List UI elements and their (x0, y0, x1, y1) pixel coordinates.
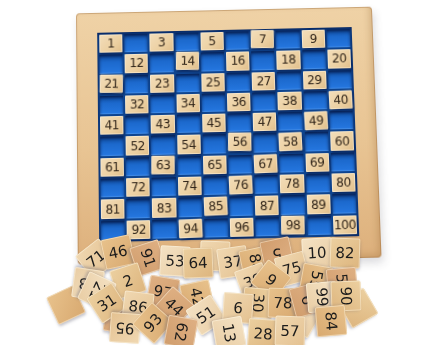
number-tile-76[interactable]: 76 (229, 175, 254, 195)
empty-square-r10c3[interactable] (153, 219, 177, 239)
number-tile-60[interactable]: 60 (330, 131, 354, 150)
number-tile-74[interactable]: 74 (178, 177, 202, 196)
number-tile-43[interactable]: 43 (151, 115, 175, 134)
number-tile-67[interactable]: 67 (254, 154, 279, 174)
empty-square-r5c8[interactable] (278, 112, 302, 131)
number-tile-3[interactable]: 3 (150, 33, 174, 52)
empty-square-r8c9[interactable] (306, 174, 330, 193)
empty-square-r7c8[interactable] (279, 153, 303, 172)
empty-square-r6c7[interactable] (253, 133, 277, 152)
empty-square-r7c6[interactable] (228, 155, 252, 174)
number-tile-34[interactable]: 34 (176, 94, 200, 113)
number-tile-41[interactable]: 41 (100, 116, 124, 135)
empty-square-r3c4[interactable] (176, 73, 200, 92)
number-tile-47[interactable]: 47 (253, 113, 277, 132)
number-tile-5[interactable]: 5 (200, 32, 224, 51)
empty-square-r9c10[interactable] (332, 194, 356, 213)
empty-square-r10c5[interactable] (204, 218, 228, 238)
number-tile-16[interactable]: 16 (226, 52, 250, 71)
empty-square-r2c5[interactable] (201, 52, 225, 71)
number-tile-38[interactable]: 38 (278, 91, 302, 110)
loose-tile-13[interactable]: 13 (212, 316, 247, 345)
loose-tile-84[interactable]: 84 (315, 305, 348, 338)
number-tile-65[interactable]: 65 (203, 155, 227, 174)
empty-square-r9c4[interactable] (178, 198, 202, 217)
empty-square-r2c1[interactable] (99, 55, 123, 74)
hundred-board: 1357912141618202123252729323436384041434… (76, 7, 382, 265)
number-tile-81[interactable]: 81 (101, 199, 125, 219)
number-tile-56[interactable]: 56 (228, 133, 252, 152)
empty-square-r4c9[interactable] (303, 91, 327, 110)
empty-square-r8c3[interactable] (152, 177, 176, 196)
number-tile-69[interactable]: 69 (305, 153, 329, 172)
number-tile-18[interactable]: 18 (277, 51, 301, 70)
empty-square-r8c1[interactable] (101, 178, 125, 197)
empty-square-r9c8[interactable] (281, 195, 305, 214)
empty-square-r1c10[interactable] (326, 29, 350, 48)
number-tile-36[interactable]: 36 (227, 93, 251, 112)
empty-square-r5c2[interactable] (125, 115, 149, 134)
number-tile-54[interactable]: 54 (177, 135, 201, 154)
number-tile-1[interactable]: 1 (99, 34, 122, 53)
empty-square-r3c6[interactable] (226, 72, 250, 91)
number-tile-25[interactable]: 25 (201, 73, 225, 92)
number-tile-52[interactable]: 52 (126, 136, 150, 155)
empty-square-r2c9[interactable] (302, 50, 326, 69)
number-tile-100[interactable]: 100 (333, 215, 357, 235)
empty-square-r2c7[interactable] (251, 51, 275, 70)
number-tile-9[interactable]: 9 (301, 30, 325, 49)
empty-square-r5c6[interactable] (227, 113, 251, 132)
loose-tile-82[interactable]: 82 (329, 237, 360, 268)
empty-square-r3c8[interactable] (277, 71, 301, 90)
number-tile-83[interactable]: 83 (152, 198, 176, 218)
empty-square-r1c2[interactable] (124, 34, 148, 53)
loose-tile-62[interactable]: 62 (164, 315, 199, 345)
empty-square-r7c10[interactable] (331, 152, 355, 171)
number-tile-14[interactable]: 14 (175, 52, 198, 71)
number-tile-49[interactable]: 49 (303, 111, 328, 131)
empty-square-r1c6[interactable] (226, 31, 250, 50)
empty-square-r6c1[interactable] (100, 137, 124, 156)
empty-square-r5c4[interactable] (176, 114, 200, 133)
empty-square-r10c9[interactable] (307, 216, 331, 236)
number-tile-32[interactable]: 32 (125, 95, 149, 114)
loose-tile-57[interactable]: 57 (274, 315, 305, 345)
number-tile-21[interactable]: 21 (100, 74, 124, 93)
number-tile-58[interactable]: 58 (279, 132, 304, 152)
empty-square-r1c4[interactable] (175, 33, 199, 52)
empty-square-r4c1[interactable] (100, 95, 124, 114)
empty-square-r6c3[interactable] (151, 136, 175, 155)
number-tile-87[interactable]: 87 (255, 196, 279, 215)
empty-square-r4c3[interactable] (151, 94, 175, 113)
empty-square-r10c7[interactable] (255, 217, 279, 237)
number-tile-27[interactable]: 27 (252, 72, 276, 91)
empty-square-r1c8[interactable] (276, 30, 300, 49)
empty-square-r7c4[interactable] (177, 156, 201, 175)
empty-square-r8c7[interactable] (254, 175, 278, 194)
number-tile-80[interactable]: 80 (331, 173, 355, 192)
empty-square-r9c6[interactable] (229, 196, 253, 215)
number-tile-98[interactable]: 98 (281, 215, 305, 234)
board-wooden-frame: 1357912141618202123252729323436384041434… (76, 7, 382, 265)
empty-square-r6c5[interactable] (202, 134, 226, 153)
board-grid: 1357912141618202123252729323436384041434… (99, 29, 357, 240)
empty-square-r9c2[interactable] (126, 199, 150, 219)
number-tile-92[interactable]: 92 (127, 220, 151, 240)
number-tile-78[interactable]: 78 (280, 174, 304, 193)
number-tile-20[interactable]: 20 (327, 49, 351, 68)
number-tile-23[interactable]: 23 (150, 74, 174, 93)
empty-square-r3c2[interactable] (125, 74, 149, 93)
board-blue-field: 1357912141618202123252729323436384041434… (97, 27, 359, 242)
number-tile-29[interactable]: 29 (302, 70, 326, 89)
number-tile-63[interactable]: 63 (152, 156, 176, 175)
number-tile-40[interactable]: 40 (328, 90, 353, 110)
empty-square-r6c9[interactable] (304, 132, 328, 151)
empty-square-r7c2[interactable] (126, 157, 150, 176)
empty-square-r4c7[interactable] (252, 92, 276, 111)
empty-square-r2c3[interactable] (150, 53, 174, 72)
number-tile-61[interactable]: 61 (100, 158, 124, 177)
hundred-board-product-photo: 1357912141618202123252729323436384041434… (0, 0, 447, 345)
number-tile-85[interactable]: 85 (203, 197, 228, 217)
number-tile-96[interactable]: 96 (230, 217, 254, 237)
empty-square-r5c10[interactable] (329, 111, 353, 130)
number-tile-89[interactable]: 89 (306, 195, 330, 214)
empty-square-r3c10[interactable] (328, 70, 352, 89)
empty-square-r8c5[interactable] (203, 176, 227, 195)
number-tile-12[interactable]: 12 (125, 54, 149, 73)
number-tile-72[interactable]: 72 (126, 178, 150, 197)
number-tile-45[interactable]: 45 (202, 114, 226, 133)
number-tile-7[interactable]: 7 (251, 30, 274, 48)
empty-square-r4c5[interactable] (201, 93, 225, 112)
loose-tile-64[interactable]: 64 (182, 247, 213, 278)
number-tile-94[interactable]: 94 (178, 218, 203, 238)
